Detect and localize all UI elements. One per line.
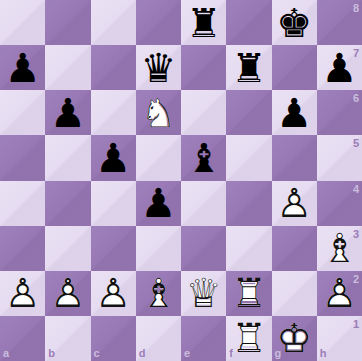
square-g7[interactable] [272,45,317,90]
square-h1[interactable]: 1h [317,316,362,361]
white-knight-outline-icon: ♘ [136,90,181,135]
white-pawn-outline-icon: ♙ [45,271,90,316]
square-e2[interactable]: ♛♕ [181,271,226,316]
square-d8[interactable] [136,0,181,45]
square-g2[interactable] [272,271,317,316]
black-pawn-icon: ♟ [136,181,181,226]
square-f6[interactable] [226,90,271,135]
piece-black-rook[interactable]: ♜ [181,0,226,45]
black-bishop-icon: ♝ [181,135,226,180]
square-d2[interactable]: ♝♗ [136,271,181,316]
square-h4[interactable]: 4 [317,181,362,226]
square-b7[interactable] [45,45,90,90]
square-c8[interactable] [91,0,136,45]
white-rook-outline-icon: ♖ [226,316,271,361]
white-pawn-outline-icon: ♙ [91,271,136,316]
piece-black-pawn[interactable]: ♟ [91,135,136,180]
square-c2[interactable]: ♟♙ [91,271,136,316]
square-c1[interactable]: c [91,316,136,361]
square-b2[interactable]: ♟♙ [45,271,90,316]
white-rook-outline-icon: ♖ [226,271,271,316]
black-pawn-icon: ♟ [317,45,362,90]
square-g6[interactable]: ♟ [272,90,317,135]
piece-black-pawn[interactable]: ♟ [0,45,45,90]
piece-white-queen[interactable]: ♛♕ [181,271,226,316]
white-pawn-outline-icon: ♙ [272,181,317,226]
piece-white-pawn[interactable]: ♟♙ [91,271,136,316]
black-rook-icon: ♜ [226,45,271,90]
square-d3[interactable] [136,226,181,271]
file-label-a: a [3,348,9,359]
piece-black-pawn[interactable]: ♟ [45,90,90,135]
white-bishop-outline-icon: ♗ [317,226,362,271]
square-f4[interactable] [226,181,271,226]
square-g1[interactable]: ♚♔g [272,316,317,361]
white-queen-outline-icon: ♕ [181,271,226,316]
rank-label-4: 4 [353,184,359,195]
square-a5[interactable] [0,135,45,180]
file-label-e: e [184,348,190,359]
square-b6[interactable]: ♟ [45,90,90,135]
black-pawn-icon: ♟ [91,135,136,180]
square-f5[interactable] [226,135,271,180]
square-h3[interactable]: ♝♗3 [317,226,362,271]
square-e6[interactable] [181,90,226,135]
square-c3[interactable] [91,226,136,271]
rank-label-5: 5 [353,138,359,149]
square-c4[interactable] [91,181,136,226]
square-f7[interactable]: ♜ [226,45,271,90]
white-pawn-outline-icon: ♙ [0,271,45,316]
square-a6[interactable] [0,90,45,135]
file-label-c: c [94,348,100,359]
square-g3[interactable] [272,226,317,271]
square-e1[interactable]: e [181,316,226,361]
square-c7[interactable] [91,45,136,90]
piece-white-pawn[interactable]: ♟♙ [45,271,90,316]
square-d7[interactable]: ♛ [136,45,181,90]
piece-black-pawn[interactable]: ♟ [136,181,181,226]
square-h7[interactable]: ♟7 [317,45,362,90]
piece-white-knight[interactable]: ♞♘ [136,90,181,135]
square-h5[interactable]: 5 [317,135,362,180]
black-pawn-icon: ♟ [45,90,90,135]
piece-black-pawn[interactable]: ♟ [272,90,317,135]
square-h2[interactable]: ♟♙2 [317,271,362,316]
black-queen-icon: ♛ [136,45,181,90]
square-b8[interactable] [45,0,90,45]
rank-label-1: 1 [353,319,359,330]
white-bishop-outline-icon: ♗ [136,271,181,316]
piece-black-pawn[interactable]: ♟ [317,45,362,90]
square-f2[interactable]: ♜♖ [226,271,271,316]
square-a3[interactable] [0,226,45,271]
square-g5[interactable] [272,135,317,180]
square-h8[interactable]: 8 [317,0,362,45]
square-d4[interactable]: ♟ [136,181,181,226]
square-b4[interactable] [45,181,90,226]
square-b3[interactable] [45,226,90,271]
file-label-h: h [320,348,327,359]
piece-white-bishop[interactable]: ♝♗ [136,271,181,316]
white-pawn-outline-icon: ♙ [317,271,362,316]
black-rook-icon: ♜ [181,0,226,45]
square-a7[interactable]: ♟ [0,45,45,90]
square-e3[interactable] [181,226,226,271]
piece-white-king[interactable]: ♚♔ [272,316,317,361]
square-c5[interactable]: ♟ [91,135,136,180]
square-g4[interactable]: ♟♙ [272,181,317,226]
piece-black-king[interactable]: ♚ [272,0,317,45]
square-b1[interactable]: b [45,316,90,361]
square-c6[interactable] [91,90,136,135]
square-b5[interactable] [45,135,90,180]
piece-white-rook[interactable]: ♜♖ [226,316,271,361]
square-f8[interactable] [226,0,271,45]
square-d6[interactable]: ♞♘ [136,90,181,135]
square-g8[interactable]: ♚ [272,0,317,45]
file-label-b: b [48,348,55,359]
white-king-outline-icon: ♔ [272,316,317,361]
black-pawn-icon: ♟ [272,90,317,135]
piece-black-bishop[interactable]: ♝ [181,135,226,180]
square-e8[interactable]: ♜ [181,0,226,45]
chess-board: ♜♚8♟♛♜♟7♟♞♘♟6♟♝5♟♟♙4♝♗3♟♙♟♙♟♙♝♗♛♕♜♖♟♙2ab… [0,0,362,361]
chess-board-container: ♜♚8♟♛♜♟7♟♞♘♟6♟♝5♟♟♙4♝♗3♟♙♟♙♟♙♝♗♛♕♜♖♟♙2ab… [0,0,362,361]
piece-white-pawn[interactable]: ♟♙ [0,271,45,316]
square-a1[interactable]: a [0,316,45,361]
rank-label-6: 6 [353,93,359,104]
square-h6[interactable]: 6 [317,90,362,135]
square-e7[interactable] [181,45,226,90]
piece-white-rook[interactable]: ♜♖ [226,271,271,316]
piece-white-pawn[interactable]: ♟♙ [272,181,317,226]
piece-white-pawn[interactable]: ♟♙ [317,271,362,316]
piece-black-queen[interactable]: ♛ [136,45,181,90]
rank-label-8: 8 [353,3,359,14]
piece-black-rook[interactable]: ♜ [226,45,271,90]
square-a8[interactable] [0,0,45,45]
square-e4[interactable] [181,181,226,226]
square-f3[interactable] [226,226,271,271]
square-d5[interactable] [136,135,181,180]
square-e5[interactable]: ♝ [181,135,226,180]
square-a4[interactable] [0,181,45,226]
black-king-icon: ♚ [272,0,317,45]
file-label-d: d [139,348,146,359]
square-a2[interactable]: ♟♙ [0,271,45,316]
square-f1[interactable]: ♜♖f [226,316,271,361]
square-d1[interactable]: d [136,316,181,361]
piece-white-bishop[interactable]: ♝♗ [317,226,362,271]
black-pawn-icon: ♟ [0,45,45,90]
